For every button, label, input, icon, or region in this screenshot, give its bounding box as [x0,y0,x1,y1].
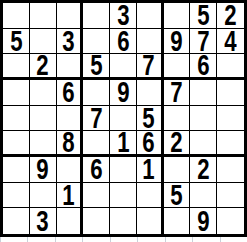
cell-r3c1[interactable] [3,54,30,80]
cell-r1c4[interactable] [83,3,110,29]
given-digit: 9 [36,157,48,183]
cell-r3c9[interactable] [217,54,244,80]
given-digit: 8 [62,131,74,157]
cell-r7c3[interactable] [57,157,84,183]
cell-r1c3[interactable] [57,3,84,29]
cell-r2c4[interactable] [83,29,110,55]
given-digit: 5 [170,183,182,209]
given-digit: 5 [197,3,209,29]
cell-r2c6[interactable] [137,29,164,55]
cell-r8c5[interactable] [110,183,137,209]
cell-r6c2[interactable] [30,131,57,157]
given-digit: 7 [90,106,102,132]
given-digit: 7 [143,54,155,80]
cell-r3c3[interactable] [57,54,84,80]
cell-r2c9[interactable]: 4 [217,29,244,55]
cell-r4c1[interactable] [3,80,30,106]
cell-r5c2[interactable] [30,106,57,132]
cell-r6c6[interactable]: 6 [137,131,164,157]
cell-r4c4[interactable] [83,80,110,106]
cell-r1c9[interactable]: 2 [217,3,244,29]
cell-r3c2[interactable]: 2 [30,54,57,80]
cell-r4c9[interactable] [217,80,244,106]
given-digit: 1 [117,131,129,157]
given-digit: 2 [197,157,209,183]
cell-r8c9[interactable] [217,183,244,209]
given-digit: 5 [143,106,155,132]
cell-r3c7[interactable] [164,54,191,80]
cell-r1c5[interactable]: 3 [110,3,137,29]
cell-r8c7[interactable]: 5 [164,183,191,209]
cell-r4c2[interactable] [30,80,57,106]
cell-r8c3[interactable]: 1 [57,183,84,209]
cell-r9c1[interactable] [3,208,30,234]
cell-r9c7[interactable] [164,208,191,234]
given-digit: 9 [197,208,209,234]
given-digit: 5 [10,29,22,55]
given-digit: 5 [90,54,102,80]
given-digit: 6 [117,29,129,55]
sudoku-board: 352536974257669775816296121539 [0,0,247,237]
cell-r6c4[interactable] [83,131,110,157]
sudoku-app: 352536974257669775816296121539 [0,0,247,242]
cell-r4c6[interactable] [137,80,164,106]
cell-r2c2[interactable] [30,29,57,55]
cell-r4c8[interactable] [190,80,217,106]
cell-r3c5[interactable] [110,54,137,80]
cell-r8c4[interactable] [83,183,110,209]
cell-r1c1[interactable] [3,3,30,29]
given-digit: 6 [62,80,74,106]
given-digit: 6 [143,131,155,157]
cell-r9c3[interactable] [57,208,84,234]
cell-r8c1[interactable] [3,183,30,209]
cell-r9c2[interactable]: 3 [30,208,57,234]
cell-r5c4[interactable]: 7 [83,106,110,132]
given-digit: 3 [36,208,48,234]
cell-r5c1[interactable] [3,106,30,132]
cell-r9c4[interactable] [83,208,110,234]
cell-r9c5[interactable] [110,208,137,234]
cell-r6c5[interactable]: 1 [110,131,137,157]
cell-r7c9[interactable] [217,157,244,183]
spreadsheet-gridline-strip [0,237,247,242]
cell-r5c6[interactable]: 5 [137,106,164,132]
given-digit: 9 [170,29,182,55]
cell-r2c5[interactable]: 6 [110,29,137,55]
cell-r2c1[interactable]: 5 [3,29,30,55]
cell-r7c1[interactable] [3,157,30,183]
cell-r7c4[interactable]: 6 [83,157,110,183]
cell-r8c6[interactable] [137,183,164,209]
given-digit: 1 [62,183,74,209]
cell-r3c6[interactable]: 7 [137,54,164,80]
given-digit: 9 [117,80,129,106]
cell-r7c7[interactable] [164,157,191,183]
cell-r6c1[interactable] [3,131,30,157]
given-digit: 6 [197,54,209,80]
cell-r1c8[interactable]: 5 [190,3,217,29]
cell-r6c7[interactable]: 2 [164,131,191,157]
cell-r7c6[interactable]: 1 [137,157,164,183]
cell-r7c2[interactable]: 9 [30,157,57,183]
given-digit: 6 [90,157,102,183]
cell-r2c3[interactable]: 3 [57,29,84,55]
cell-r4c7[interactable]: 7 [164,80,191,106]
given-digit: 2 [36,54,48,80]
cell-r2c8[interactable]: 7 [190,29,217,55]
given-digit: 3 [117,3,129,29]
cell-r3c4[interactable]: 5 [83,54,110,80]
given-digit: 7 [197,29,209,55]
cell-r5c7[interactable] [164,106,191,132]
cell-r7c5[interactable] [110,157,137,183]
cell-r5c9[interactable] [217,106,244,132]
cell-r3c8[interactable]: 6 [190,54,217,80]
cell-r8c2[interactable] [30,183,57,209]
cell-r4c3[interactable]: 6 [57,80,84,106]
cell-r4c5[interactable]: 9 [110,80,137,106]
cell-r6c8[interactable] [190,131,217,157]
cell-r2c7[interactable]: 9 [164,29,191,55]
cell-r1c6[interactable] [137,3,164,29]
cell-r6c3[interactable]: 8 [57,131,84,157]
cell-r9c6[interactable] [137,208,164,234]
cell-r5c8[interactable] [190,106,217,132]
given-digit: 2 [224,3,236,29]
cell-r6c9[interactable] [217,131,244,157]
given-digit: 3 [62,29,74,55]
cell-r1c7[interactable] [164,3,191,29]
given-digit: 1 [143,157,155,183]
cell-r1c2[interactable] [30,3,57,29]
given-digit: 7 [170,80,182,106]
cell-r5c3[interactable] [57,106,84,132]
given-digit: 4 [224,29,236,55]
cell-r5c5[interactable] [110,106,137,132]
cell-r9c9[interactable] [217,208,244,234]
cell-r9c8[interactable]: 9 [190,208,217,234]
given-digit: 2 [170,131,182,157]
cell-r7c8[interactable]: 2 [190,157,217,183]
cell-r8c8[interactable] [190,183,217,209]
